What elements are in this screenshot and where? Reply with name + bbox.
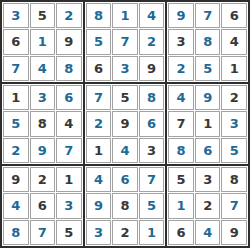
cell-r6c3[interactable]: 7	[56, 138, 82, 163]
cell-r3c9[interactable]: 1	[221, 56, 247, 81]
cell-r7c5[interactable]: 6	[112, 167, 138, 192]
cell-r3c2[interactable]: 4	[30, 56, 56, 81]
cell-r2c8[interactable]: 8	[195, 29, 221, 54]
cell-r1c9[interactable]: 6	[221, 3, 247, 28]
cell-r1c8[interactable]: 7	[195, 3, 221, 28]
cell-r6c6[interactable]: 3	[139, 138, 165, 163]
cell-r9c4[interactable]: 3	[86, 220, 112, 245]
cell-r2c4[interactable]: 5	[86, 29, 112, 54]
cell-r2c2[interactable]: 1	[30, 29, 56, 54]
cell-r9c7[interactable]: 6	[168, 220, 194, 245]
cell-r8c3[interactable]: 3	[56, 193, 82, 218]
cell-r9c9[interactable]: 9	[221, 220, 247, 245]
cell-r2c6[interactable]: 2	[139, 29, 165, 54]
cell-r4c8[interactable]: 9	[195, 85, 221, 110]
cell-r9c5[interactable]: 2	[112, 220, 138, 245]
cell-r5c7[interactable]: 7	[168, 111, 194, 136]
cell-r8c6[interactable]: 5	[139, 193, 165, 218]
cell-r4c6[interactable]: 8	[139, 85, 165, 110]
cell-r1c4[interactable]: 8	[86, 3, 112, 28]
cell-r3c1[interactable]: 7	[3, 56, 29, 81]
cell-r5c2[interactable]: 8	[30, 111, 56, 136]
sudoku-board: 3526197488145726399763842511365842977582…	[0, 0, 250, 248]
cell-r3c6[interactable]: 9	[139, 56, 165, 81]
cell-r2c1[interactable]: 6	[3, 29, 29, 54]
cell-r9c8[interactable]: 4	[195, 220, 221, 245]
box-1-3: 976384251	[167, 2, 248, 82]
cell-r6c5[interactable]: 4	[112, 138, 138, 163]
cell-r8c5[interactable]: 8	[112, 193, 138, 218]
cell-r6c8[interactable]: 6	[195, 138, 221, 163]
cell-r5c5[interactable]: 9	[112, 111, 138, 136]
cell-r8c2[interactable]: 6	[30, 193, 56, 218]
cell-r7c3[interactable]: 1	[56, 167, 82, 192]
cell-r4c1[interactable]: 1	[3, 85, 29, 110]
box-1-1: 352619748	[2, 2, 83, 82]
cell-r7c6[interactable]: 7	[139, 167, 165, 192]
cell-r5c6[interactable]: 6	[139, 111, 165, 136]
cell-r6c9[interactable]: 5	[221, 138, 247, 163]
cell-r1c7[interactable]: 9	[168, 3, 194, 28]
cell-r3c7[interactable]: 2	[168, 56, 194, 81]
cell-r7c9[interactable]: 8	[221, 167, 247, 192]
box-2-3: 492713865	[167, 84, 248, 164]
cell-r5c4[interactable]: 2	[86, 111, 112, 136]
cell-r4c5[interactable]: 5	[112, 85, 138, 110]
box-3-1: 921463875	[2, 166, 83, 246]
box-1-2: 814572639	[85, 2, 166, 82]
cell-r9c6[interactable]: 1	[139, 220, 165, 245]
cell-r4c3[interactable]: 6	[56, 85, 82, 110]
cell-r1c5[interactable]: 1	[112, 3, 138, 28]
cell-r2c9[interactable]: 4	[221, 29, 247, 54]
cell-r5c3[interactable]: 4	[56, 111, 82, 136]
box-2-1: 136584297	[2, 84, 83, 164]
cell-r4c9[interactable]: 2	[221, 85, 247, 110]
cell-r7c2[interactable]: 2	[30, 167, 56, 192]
cell-r7c8[interactable]: 3	[195, 167, 221, 192]
cell-r7c4[interactable]: 4	[86, 167, 112, 192]
cell-r9c2[interactable]: 7	[30, 220, 56, 245]
cell-r8c4[interactable]: 9	[86, 193, 112, 218]
box-2-2: 758296143	[85, 84, 166, 164]
cell-r1c2[interactable]: 5	[30, 3, 56, 28]
cell-r8c7[interactable]: 1	[168, 193, 194, 218]
box-3-3: 538127649	[167, 166, 248, 246]
cell-r5c1[interactable]: 5	[3, 111, 29, 136]
cell-r8c8[interactable]: 2	[195, 193, 221, 218]
cell-r1c1[interactable]: 3	[3, 3, 29, 28]
cell-r1c6[interactable]: 4	[139, 3, 165, 28]
cell-r5c8[interactable]: 1	[195, 111, 221, 136]
cell-r2c5[interactable]: 7	[112, 29, 138, 54]
cell-r2c7[interactable]: 3	[168, 29, 194, 54]
cell-r8c9[interactable]: 7	[221, 193, 247, 218]
cell-r1c3[interactable]: 2	[56, 3, 82, 28]
cell-r7c1[interactable]: 9	[3, 167, 29, 192]
cell-r9c1[interactable]: 8	[3, 220, 29, 245]
cell-r3c8[interactable]: 5	[195, 56, 221, 81]
cell-r6c2[interactable]: 9	[30, 138, 56, 163]
cell-r5c9[interactable]: 3	[221, 111, 247, 136]
cell-r3c5[interactable]: 3	[112, 56, 138, 81]
cell-r9c3[interactable]: 5	[56, 220, 82, 245]
cell-r4c7[interactable]: 4	[168, 85, 194, 110]
cell-r6c7[interactable]: 8	[168, 138, 194, 163]
cell-r6c4[interactable]: 1	[86, 138, 112, 163]
cell-r4c4[interactable]: 7	[86, 85, 112, 110]
cell-r7c7[interactable]: 5	[168, 167, 194, 192]
cell-r3c3[interactable]: 8	[56, 56, 82, 81]
cell-r6c1[interactable]: 2	[3, 138, 29, 163]
cell-r3c4[interactable]: 6	[86, 56, 112, 81]
cell-r2c3[interactable]: 9	[56, 29, 82, 54]
cell-r4c2[interactable]: 3	[30, 85, 56, 110]
box-3-2: 467985321	[85, 166, 166, 246]
cell-r8c1[interactable]: 4	[3, 193, 29, 218]
